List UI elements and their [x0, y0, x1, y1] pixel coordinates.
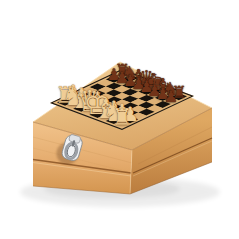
product-photo: ♜♞♝♛♚♝♞♜♟♟♟♟♟♟♟♟♟♟♟♟♟♟♟♟♜♞♝♛♚♝♞♜	[0, 0, 239, 239]
